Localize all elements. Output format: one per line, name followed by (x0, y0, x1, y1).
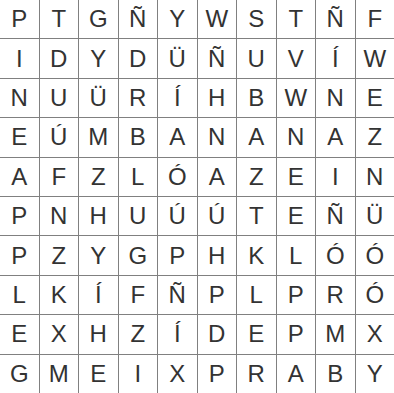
grid-cell[interactable]: E (0, 118, 39, 156)
word-search-board: PTGÑYWSTÑFIDYDÜÑUVÍWNUÜRÍHBWNEEÚMBANANAZ… (0, 0, 394, 393)
grid-cell[interactable]: K (237, 236, 276, 274)
grid-cell[interactable]: K (40, 276, 79, 314)
grid-cell[interactable]: N (198, 118, 237, 156)
grid-cell[interactable]: Ñ (316, 0, 355, 38)
grid-cell[interactable]: G (0, 355, 39, 393)
grid-cell[interactable]: Ñ (198, 39, 237, 77)
grid-cell[interactable]: E (356, 79, 394, 117)
grid-cell[interactable]: W (356, 39, 394, 77)
grid-cell[interactable]: P (198, 276, 237, 314)
grid-cell[interactable]: M (79, 118, 118, 156)
grid-cell[interactable]: Ü (356, 197, 394, 235)
grid-cell[interactable]: N (0, 79, 39, 117)
grid-cell[interactable]: H (198, 236, 237, 274)
grid-cell[interactable]: E (79, 355, 118, 393)
grid-cell[interactable]: X (356, 315, 394, 353)
grid-cell[interactable]: Ó (356, 236, 394, 274)
grid-cell[interactable]: L (237, 276, 276, 314)
grid-cell[interactable]: Ó (158, 158, 197, 196)
grid-cell[interactable]: A (158, 118, 197, 156)
grid-cell[interactable]: R (119, 79, 158, 117)
grid-cell[interactable]: B (119, 118, 158, 156)
grid-cell[interactable]: P (277, 315, 316, 353)
grid-cell[interactable]: A (198, 158, 237, 196)
grid-cell[interactable]: Ñ (119, 0, 158, 38)
grid-cell[interactable]: N (356, 158, 394, 196)
grid-cell[interactable]: D (40, 39, 79, 77)
grid-cell[interactable]: Ü (79, 79, 118, 117)
grid-cell[interactable]: Ó (356, 276, 394, 314)
grid-cell[interactable]: E (0, 315, 39, 353)
grid-cell[interactable]: P (158, 236, 197, 274)
grid-cell[interactable]: U (40, 79, 79, 117)
grid-cell[interactable]: E (277, 197, 316, 235)
word-search-grid: PTGÑYWSTÑFIDYDÜÑUVÍWNUÜRÍHBWNEEÚMBANANAZ… (0, 0, 394, 393)
grid-cell[interactable]: Ó (316, 236, 355, 274)
grid-cell[interactable]: P (198, 355, 237, 393)
grid-cell[interactable]: T (40, 0, 79, 38)
grid-cell[interactable]: R (237, 355, 276, 393)
grid-cell[interactable]: F (40, 158, 79, 196)
grid-cell[interactable]: H (198, 79, 237, 117)
grid-cell[interactable]: G (119, 236, 158, 274)
grid-cell[interactable]: R (316, 276, 355, 314)
grid-cell[interactable]: Z (119, 315, 158, 353)
grid-cell[interactable]: H (79, 315, 118, 353)
grid-cell[interactable]: L (277, 236, 316, 274)
grid-cell[interactable]: Ñ (316, 197, 355, 235)
grid-cell[interactable]: Y (79, 39, 118, 77)
grid-cell[interactable]: U (237, 39, 276, 77)
grid-cell[interactable]: Í (158, 315, 197, 353)
grid-cell[interactable]: I (119, 355, 158, 393)
grid-cell[interactable]: P (0, 236, 39, 274)
grid-cell[interactable]: Í (79, 276, 118, 314)
grid-cell[interactable]: Ú (158, 197, 197, 235)
grid-cell[interactable]: W (277, 79, 316, 117)
grid-cell[interactable]: N (277, 118, 316, 156)
grid-cell[interactable]: L (119, 158, 158, 196)
grid-cell[interactable]: T (277, 0, 316, 38)
grid-cell[interactable]: B (237, 79, 276, 117)
grid-cell[interactable]: A (277, 355, 316, 393)
grid-cell[interactable]: Ü (158, 39, 197, 77)
grid-cell[interactable]: Ú (198, 197, 237, 235)
grid-cell[interactable]: F (356, 0, 394, 38)
grid-cell[interactable]: Y (158, 0, 197, 38)
grid-cell[interactable]: Z (40, 236, 79, 274)
grid-cell[interactable]: P (0, 197, 39, 235)
grid-cell[interactable]: A (0, 158, 39, 196)
grid-cell[interactable]: H (79, 197, 118, 235)
grid-cell[interactable]: P (277, 276, 316, 314)
grid-cell[interactable]: N (40, 197, 79, 235)
grid-cell[interactable]: L (0, 276, 39, 314)
grid-cell[interactable]: Í (316, 39, 355, 77)
grid-cell[interactable]: I (316, 158, 355, 196)
grid-cell[interactable]: X (158, 355, 197, 393)
grid-cell[interactable]: M (316, 315, 355, 353)
grid-cell[interactable]: E (277, 158, 316, 196)
grid-cell[interactable]: Z (79, 158, 118, 196)
grid-cell[interactable]: Y (79, 236, 118, 274)
grid-cell[interactable]: A (316, 118, 355, 156)
grid-cell[interactable]: Ñ (158, 276, 197, 314)
grid-cell[interactable]: N (316, 79, 355, 117)
grid-cell[interactable]: Z (237, 158, 276, 196)
grid-cell[interactable]: E (237, 315, 276, 353)
grid-cell[interactable]: X (40, 315, 79, 353)
grid-cell[interactable]: Y (356, 355, 394, 393)
grid-cell[interactable]: F (119, 276, 158, 314)
grid-cell[interactable]: P (0, 0, 39, 38)
grid-cell[interactable]: M (40, 355, 79, 393)
grid-cell[interactable]: G (79, 0, 118, 38)
grid-cell[interactable]: B (316, 355, 355, 393)
grid-cell[interactable]: D (119, 39, 158, 77)
grid-cell[interactable]: A (237, 118, 276, 156)
grid-cell[interactable]: D (198, 315, 237, 353)
grid-cell[interactable]: W (198, 0, 237, 38)
grid-cell[interactable]: I (0, 39, 39, 77)
grid-cell[interactable]: T (237, 197, 276, 235)
grid-cell[interactable]: S (237, 0, 276, 38)
grid-cell[interactable]: Í (158, 79, 197, 117)
grid-cell[interactable]: V (277, 39, 316, 77)
grid-cell[interactable]: U (119, 197, 158, 235)
grid-cell[interactable]: Z (356, 118, 394, 156)
grid-cell[interactable]: Ú (40, 118, 79, 156)
